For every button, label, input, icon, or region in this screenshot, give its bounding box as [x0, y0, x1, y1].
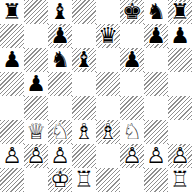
square-d3[interactable]: ♝♗	[72, 120, 96, 144]
white-rook: ♜♖	[168, 168, 192, 192]
square-b4[interactable]	[24, 96, 48, 120]
square-f7[interactable]	[120, 24, 144, 48]
white-rook: ♜♖	[72, 168, 96, 192]
piece-glyph: ♙	[168, 144, 192, 168]
piece-glyph: ♙	[48, 144, 72, 168]
piece-glyph: ♝	[72, 48, 96, 72]
piece-glyph: ♙	[120, 144, 144, 168]
square-d4[interactable]	[72, 96, 96, 120]
piece-glyph: ♜	[168, 0, 192, 24]
square-d6[interactable]: ♝♝	[72, 48, 96, 72]
square-f4[interactable]	[120, 96, 144, 120]
black-rook: ♜♜	[168, 0, 192, 24]
square-a5[interactable]	[0, 72, 24, 96]
black-pawn: ♟♟	[48, 24, 72, 48]
square-d7[interactable]	[72, 24, 96, 48]
white-pawn: ♟♙	[48, 144, 72, 168]
white-pawn: ♟♙	[24, 144, 48, 168]
square-g7[interactable]: ♟♟	[144, 24, 168, 48]
square-g1[interactable]	[144, 168, 168, 192]
piece-glyph: ♟	[168, 24, 192, 48]
white-knight: ♞♘	[48, 120, 72, 144]
black-pawn: ♟♟	[120, 48, 144, 72]
square-c2[interactable]: ♟♙	[48, 144, 72, 168]
square-f6[interactable]: ♟♟	[120, 48, 144, 72]
piece-glyph: ♙	[0, 144, 24, 168]
square-h1[interactable]: ♜♖	[168, 168, 192, 192]
black-bishop: ♝♝	[72, 48, 96, 72]
white-pawn: ♟♙	[120, 144, 144, 168]
square-h5[interactable]	[168, 72, 192, 96]
square-h3[interactable]	[168, 120, 192, 144]
piece-glyph: ♟	[144, 24, 168, 48]
piece-glyph: ♜	[0, 0, 24, 24]
square-g3[interactable]	[144, 120, 168, 144]
black-queen: ♛♛	[96, 24, 120, 48]
piece-glyph: ♗	[96, 120, 120, 144]
black-king: ♚♚	[120, 0, 144, 24]
square-e8[interactable]	[96, 0, 120, 24]
square-f2[interactable]: ♟♙	[120, 144, 144, 168]
square-g8[interactable]: ♞♞	[144, 0, 168, 24]
square-b8[interactable]	[24, 0, 48, 24]
black-pawn: ♟♟	[24, 72, 48, 96]
piece-glyph: ♘	[48, 120, 72, 144]
square-c5[interactable]	[48, 72, 72, 96]
square-h8[interactable]: ♜♜	[168, 0, 192, 24]
square-f8[interactable]: ♚♚	[120, 0, 144, 24]
white-bishop: ♝♗	[72, 120, 96, 144]
white-pawn: ♟♙	[168, 144, 192, 168]
square-d8[interactable]	[72, 0, 96, 24]
piece-glyph: ♞	[144, 0, 168, 24]
square-d5[interactable]	[72, 72, 96, 96]
piece-glyph: ♝	[48, 0, 72, 24]
square-a8[interactable]: ♜♜	[0, 0, 24, 24]
piece-glyph: ♔	[48, 168, 72, 192]
piece-glyph: ♗	[72, 120, 96, 144]
black-pawn: ♟♟	[168, 24, 192, 48]
square-h7[interactable]: ♟♟	[168, 24, 192, 48]
square-e6[interactable]	[96, 48, 120, 72]
square-c4[interactable]	[48, 96, 72, 120]
black-knight: ♞♞	[48, 48, 72, 72]
black-knight: ♞♞	[144, 0, 168, 24]
square-c8[interactable]: ♝♝	[48, 0, 72, 24]
square-b3[interactable]: ♛♕	[24, 120, 48, 144]
square-b2[interactable]: ♟♙	[24, 144, 48, 168]
square-a2[interactable]: ♟♙	[0, 144, 24, 168]
square-e3[interactable]: ♝♗	[96, 120, 120, 144]
piece-glyph: ♟	[0, 48, 24, 72]
square-f5[interactable]	[120, 72, 144, 96]
piece-glyph: ♖	[72, 168, 96, 192]
black-pawn: ♟♟	[0, 48, 24, 72]
square-a7[interactable]	[0, 24, 24, 48]
white-king: ♚♔	[48, 168, 72, 192]
square-e4[interactable]	[96, 96, 120, 120]
square-d2[interactable]	[72, 144, 96, 168]
square-g6[interactable]	[144, 48, 168, 72]
square-a1[interactable]	[0, 168, 24, 192]
square-g5[interactable]	[144, 72, 168, 96]
piece-glyph: ♛	[96, 24, 120, 48]
piece-glyph: ♙	[24, 144, 48, 168]
piece-glyph: ♟	[24, 72, 48, 96]
square-c1[interactable]: ♚♔	[48, 168, 72, 192]
chess-board: ♜♜♝♝♚♚♞♞♜♜♟♟♛♛♟♟♟♟♟♟♞♞♝♝♟♟♟♟♛♕♞♘♝♗♝♗♞♘♟♙…	[0, 0, 192, 192]
piece-glyph: ♟	[48, 24, 72, 48]
black-bishop: ♝♝	[48, 0, 72, 24]
white-knight: ♞♘	[120, 120, 144, 144]
piece-glyph: ♕	[24, 120, 48, 144]
white-pawn: ♟♙	[144, 144, 168, 168]
square-e5[interactable]	[96, 72, 120, 96]
white-pawn: ♟♙	[0, 144, 24, 168]
square-h4[interactable]	[168, 96, 192, 120]
square-b5[interactable]: ♟♟	[24, 72, 48, 96]
square-f3[interactable]: ♞♘	[120, 120, 144, 144]
piece-glyph: ♘	[120, 120, 144, 144]
square-e2[interactable]	[96, 144, 120, 168]
square-c6[interactable]: ♞♞	[48, 48, 72, 72]
square-b7[interactable]	[24, 24, 48, 48]
square-c3[interactable]: ♞♘	[48, 120, 72, 144]
square-b1[interactable]	[24, 168, 48, 192]
square-g2[interactable]: ♟♙	[144, 144, 168, 168]
piece-glyph: ♟	[120, 48, 144, 72]
square-e7[interactable]: ♛♛	[96, 24, 120, 48]
piece-glyph: ♖	[168, 168, 192, 192]
piece-glyph: ♙	[144, 144, 168, 168]
black-pawn: ♟♟	[144, 24, 168, 48]
piece-glyph: ♞	[48, 48, 72, 72]
square-g4[interactable]	[144, 96, 168, 120]
white-queen: ♛♕	[24, 120, 48, 144]
square-h2[interactable]: ♟♙	[168, 144, 192, 168]
black-rook: ♜♜	[0, 0, 24, 24]
square-a6[interactable]: ♟♟	[0, 48, 24, 72]
square-d1[interactable]: ♜♖	[72, 168, 96, 192]
piece-glyph: ♚	[120, 0, 144, 24]
white-bishop: ♝♗	[96, 120, 120, 144]
square-c7[interactable]: ♟♟	[48, 24, 72, 48]
square-a3[interactable]	[0, 120, 24, 144]
square-f1[interactable]	[120, 168, 144, 192]
square-h6[interactable]	[168, 48, 192, 72]
square-a4[interactable]	[0, 96, 24, 120]
square-e1[interactable]	[96, 168, 120, 192]
square-b6[interactable]	[24, 48, 48, 72]
